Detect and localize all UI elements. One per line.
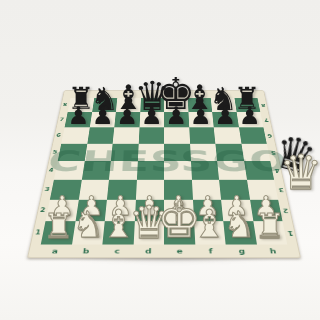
rank-label-right-6: 6	[263, 127, 275, 143]
white-knight-b1[interactable]: ♞	[72, 207, 104, 243]
square-h6[interactable]	[239, 127, 267, 143]
black-pawn-b7[interactable]: ♟	[92, 104, 114, 128]
white-rook-h1[interactable]: ♜	[254, 209, 285, 243]
square-e4[interactable]	[164, 161, 192, 180]
square-d5[interactable]	[137, 144, 164, 161]
white-rook-a1[interactable]: ♜	[43, 209, 74, 243]
black-pawn-c7[interactable]: ♟	[116, 104, 138, 128]
white-knight-g1[interactable]: ♞	[223, 207, 255, 243]
black-pawn-a7[interactable]: ♟	[67, 104, 89, 128]
black-pawn-d7[interactable]: ♟	[141, 104, 163, 128]
square-f6[interactable]	[189, 127, 216, 143]
black-pawn-h7[interactable]: ♟	[239, 104, 261, 128]
product-photo-stage: CHESSGO 1122334455667788abcdefgh ♜♞♝♛♚♝♞…	[0, 0, 320, 320]
square-a5[interactable]	[58, 144, 87, 161]
rank-label-right-7: 7	[260, 112, 272, 127]
square-h5[interactable]	[241, 144, 270, 161]
square-g6[interactable]	[214, 127, 241, 143]
square-c4[interactable]	[109, 161, 137, 180]
square-a4[interactable]	[54, 161, 84, 180]
square-f5[interactable]	[190, 144, 217, 161]
black-pawn-g7[interactable]: ♟	[214, 104, 236, 128]
square-b6[interactable]	[87, 127, 114, 143]
square-c5[interactable]	[111, 144, 138, 161]
square-a6[interactable]	[61, 127, 89, 143]
black-pawn-e7[interactable]: ♟	[165, 104, 187, 128]
file-label-a: a	[38, 246, 71, 256]
square-g5[interactable]	[215, 144, 243, 161]
square-f4[interactable]	[191, 161, 219, 180]
square-c6[interactable]	[113, 127, 140, 143]
square-d6[interactable]	[138, 127, 164, 143]
square-e6[interactable]	[164, 127, 190, 143]
extra-white-queen[interactable]: ♛	[279, 148, 320, 196]
file-label-h: h	[257, 246, 290, 256]
file-label-g: g	[226, 246, 258, 256]
file-label-b: b	[70, 246, 102, 256]
square-b5[interactable]	[84, 144, 112, 161]
black-pawn-f7[interactable]: ♟	[190, 104, 212, 128]
square-g4[interactable]	[217, 161, 246, 180]
square-e5[interactable]	[164, 144, 191, 161]
square-b4[interactable]	[81, 161, 110, 180]
white-bishop-f1[interactable]: ♝	[192, 205, 226, 243]
square-d4[interactable]	[136, 161, 164, 180]
